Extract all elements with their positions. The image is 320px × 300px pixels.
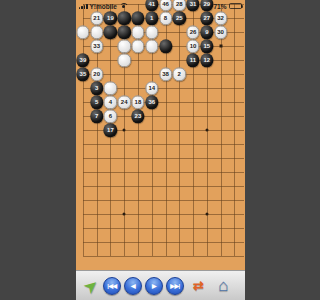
- stone-black-15: 15: [200, 40, 213, 53]
- stone-black-9: 9: [200, 26, 213, 39]
- carrier-label: Y!mobile: [90, 3, 117, 10]
- stone-black-5: 5: [90, 96, 103, 109]
- stone-white-32: 32: [214, 12, 227, 25]
- stone-white-18: 18: [131, 96, 144, 109]
- first-move-button[interactable]: |◀◀: [103, 277, 121, 295]
- stone-white: [131, 40, 144, 53]
- stone-white-10: 10: [186, 40, 199, 53]
- grid-line-horizontal: [83, 256, 245, 257]
- stone-black-12: 12: [200, 54, 213, 67]
- first-move-icon: |◀◀: [107, 282, 116, 289]
- stone-white-2: 2: [173, 68, 186, 81]
- stone-black-1: 1: [145, 12, 158, 25]
- stone-white: [145, 40, 158, 53]
- grid-line-horizontal: [83, 144, 245, 145]
- last-move-button[interactable]: ▶▶|: [166, 277, 184, 295]
- grid-line-horizontal: [83, 172, 245, 173]
- stone-black: [118, 12, 131, 25]
- swap-icon: ⇄: [193, 278, 204, 293]
- stone-black-27: 27: [200, 12, 213, 25]
- wifi-icon: [119, 3, 128, 10]
- battery-percent: 71%: [213, 3, 226, 10]
- stone-white: [90, 26, 103, 39]
- stone-black-17: 17: [104, 124, 117, 137]
- stone-white-20: 20: [90, 68, 103, 81]
- star-point: [123, 129, 126, 132]
- stone-black-23: 23: [131, 110, 144, 123]
- stone-black: [118, 26, 131, 39]
- stone-black: [159, 40, 172, 53]
- stone-black-3: 3: [90, 82, 103, 95]
- stone-black-36: 36: [145, 96, 158, 109]
- stone-black-25: 25: [173, 12, 186, 25]
- prev-move-icon: ◀: [131, 282, 135, 289]
- stone-white-26: 26: [186, 26, 199, 39]
- pass-icon: ➤: [80, 275, 101, 297]
- go-board[interactable]: 4146283129211918252732269303310153911123…: [76, 0, 245, 268]
- stone-white-33: 33: [90, 40, 103, 53]
- star-point: [205, 129, 208, 132]
- home-icon: ⌂: [218, 276, 228, 296]
- grid-line-horizontal: [83, 242, 245, 243]
- grid-line-horizontal: [83, 60, 245, 61]
- grid-line-horizontal: [83, 200, 245, 201]
- grid-line-horizontal: [83, 158, 245, 159]
- stone-black-39: 39: [76, 54, 89, 67]
- stone-white: [104, 82, 117, 95]
- grid-line-horizontal: [83, 214, 245, 215]
- pass-button[interactable]: ➤: [76, 271, 104, 299]
- stone-white-6: 6: [104, 110, 117, 123]
- stone-white-30: 30: [214, 26, 227, 39]
- stone-white: [118, 40, 131, 53]
- board-marker-dot: [219, 45, 222, 48]
- stone-white-8: 8: [159, 12, 172, 25]
- stone-black-19: 19: [104, 12, 117, 25]
- cellular-signal-icon: [79, 4, 88, 9]
- next-move-button[interactable]: ▶: [145, 277, 163, 295]
- stone-black-7: 7: [90, 110, 103, 123]
- stone-white-21: 21: [90, 12, 103, 25]
- stone-white-4: 4: [104, 96, 117, 109]
- next-move-icon: ▶: [152, 282, 156, 289]
- stone-white: [76, 26, 89, 39]
- grid-line-horizontal: [83, 186, 245, 187]
- stone-black: [104, 26, 117, 39]
- replay-toolbar: ➤|◀◀◀▶▶▶|⇄⌂: [76, 270, 245, 300]
- star-point: [123, 213, 126, 216]
- status-bar: Y!mobile 71%: [76, 0, 245, 11]
- stone-black-11: 11: [186, 54, 199, 67]
- stone-white: [145, 26, 158, 39]
- grid-line-horizontal: [83, 228, 245, 229]
- stone-white-38: 38: [159, 68, 172, 81]
- prev-move-button[interactable]: ◀: [124, 277, 142, 295]
- stone-black: [131, 12, 144, 25]
- stone-black-35: 35: [76, 68, 89, 81]
- home-button[interactable]: ⌂: [213, 275, 235, 297]
- stone-white-24: 24: [118, 96, 131, 109]
- swap-button[interactable]: ⇄: [190, 276, 208, 296]
- battery-icon: [229, 3, 242, 9]
- stone-white: [131, 26, 144, 39]
- last-move-icon: ▶▶|: [170, 282, 179, 289]
- stone-white: [118, 54, 131, 67]
- star-point: [205, 213, 208, 216]
- phone-screen: Y!mobile 71% 414628312921191825273226930…: [76, 0, 245, 300]
- stone-white-14: 14: [145, 82, 158, 95]
